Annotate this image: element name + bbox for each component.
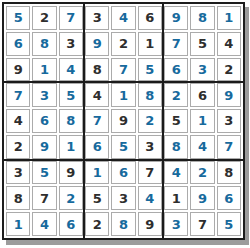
cell-r6c7[interactable]: 8 bbox=[164, 135, 188, 159]
cell-r8c5[interactable]: 3 bbox=[111, 186, 135, 210]
cell-r4c8[interactable]: 6 bbox=[190, 83, 214, 107]
cell-r9c5[interactable]: 8 bbox=[111, 212, 135, 236]
cell-r3c9[interactable]: 2 bbox=[217, 58, 241, 82]
cell-r8c2[interactable]: 7 bbox=[32, 186, 56, 210]
cell-r7c7[interactable]: 4 bbox=[164, 161, 188, 185]
cell-r7c9[interactable]: 8 bbox=[217, 161, 241, 185]
cell-r2c2[interactable]: 8 bbox=[32, 32, 56, 56]
cell-r4c7[interactable]: 2 bbox=[164, 83, 188, 107]
cell-r7c8[interactable]: 2 bbox=[190, 161, 214, 185]
cell-r9c3[interactable]: 6 bbox=[59, 212, 83, 236]
cell-r7c4[interactable]: 1 bbox=[85, 161, 109, 185]
cell-r9c1[interactable]: 1 bbox=[6, 212, 30, 236]
cell-r4c2[interactable]: 3 bbox=[32, 83, 56, 107]
cell-r6c9[interactable]: 7 bbox=[217, 135, 241, 159]
cell-r8c3[interactable]: 2 bbox=[59, 186, 83, 210]
cell-r6c4[interactable]: 6 bbox=[85, 135, 109, 159]
cell-r1c9[interactable]: 1 bbox=[217, 6, 241, 30]
cell-r4c6[interactable]: 8 bbox=[138, 83, 162, 107]
cell-r2c5[interactable]: 2 bbox=[111, 32, 135, 56]
cell-r9c7[interactable]: 3 bbox=[164, 212, 188, 236]
cell-r9c6[interactable]: 9 bbox=[138, 212, 162, 236]
cell-r8c1[interactable]: 8 bbox=[6, 186, 30, 210]
sudoku-board: 5273469816839217549148756327354182694687… bbox=[2, 2, 245, 240]
cell-r1c3[interactable]: 7 bbox=[59, 6, 83, 30]
cell-r7c3[interactable]: 9 bbox=[59, 161, 83, 185]
cell-r5c4[interactable]: 7 bbox=[85, 109, 109, 133]
cell-r1c5[interactable]: 4 bbox=[111, 6, 135, 30]
cell-r4c4[interactable]: 4 bbox=[85, 83, 109, 107]
cell-r1c6[interactable]: 6 bbox=[138, 6, 162, 30]
cell-r2c3[interactable]: 3 bbox=[59, 32, 83, 56]
cell-r6c1[interactable]: 2 bbox=[6, 135, 30, 159]
cell-r5c9[interactable]: 3 bbox=[217, 109, 241, 133]
cell-r5c7[interactable]: 5 bbox=[164, 109, 188, 133]
cell-r2c1[interactable]: 6 bbox=[6, 32, 30, 56]
cell-r2c4[interactable]: 9 bbox=[85, 32, 109, 56]
cell-r4c5[interactable]: 1 bbox=[111, 83, 135, 107]
cell-r7c2[interactable]: 5 bbox=[32, 161, 56, 185]
cell-r5c8[interactable]: 1 bbox=[190, 109, 214, 133]
cell-r4c9[interactable]: 9 bbox=[217, 83, 241, 107]
cell-r5c2[interactable]: 6 bbox=[32, 109, 56, 133]
cell-r3c7[interactable]: 6 bbox=[164, 58, 188, 82]
cell-r2c7[interactable]: 7 bbox=[164, 32, 188, 56]
cell-r1c1[interactable]: 5 bbox=[6, 6, 30, 30]
cell-r9c8[interactable]: 7 bbox=[190, 212, 214, 236]
cell-r9c9[interactable]: 5 bbox=[217, 212, 241, 236]
cell-r8c8[interactable]: 9 bbox=[190, 186, 214, 210]
cell-r5c6[interactable]: 2 bbox=[138, 109, 162, 133]
cell-r7c5[interactable]: 6 bbox=[111, 161, 135, 185]
cell-r6c6[interactable]: 3 bbox=[138, 135, 162, 159]
cell-r9c4[interactable]: 2 bbox=[85, 212, 109, 236]
cell-r5c3[interactable]: 8 bbox=[59, 109, 83, 133]
cell-r7c1[interactable]: 3 bbox=[6, 161, 30, 185]
cell-r2c9[interactable]: 4 bbox=[217, 32, 241, 56]
cell-r3c3[interactable]: 4 bbox=[59, 58, 83, 82]
cell-r3c6[interactable]: 5 bbox=[138, 58, 162, 82]
cell-r3c4[interactable]: 8 bbox=[85, 58, 109, 82]
cell-r2c8[interactable]: 5 bbox=[190, 32, 214, 56]
cell-r3c1[interactable]: 9 bbox=[6, 58, 30, 82]
cell-r6c8[interactable]: 4 bbox=[190, 135, 214, 159]
sudoku-grid: 5273469816839217549148756327354182694687… bbox=[4, 4, 243, 238]
cell-r7c6[interactable]: 7 bbox=[138, 161, 162, 185]
cell-r1c7[interactable]: 9 bbox=[164, 6, 188, 30]
cell-r8c7[interactable]: 1 bbox=[164, 186, 188, 210]
cell-r8c6[interactable]: 4 bbox=[138, 186, 162, 210]
cell-r1c4[interactable]: 3 bbox=[85, 6, 109, 30]
cell-r6c5[interactable]: 5 bbox=[111, 135, 135, 159]
cell-r3c8[interactable]: 3 bbox=[190, 58, 214, 82]
cell-r6c2[interactable]: 9 bbox=[32, 135, 56, 159]
cell-r9c2[interactable]: 4 bbox=[32, 212, 56, 236]
cell-r5c1[interactable]: 4 bbox=[6, 109, 30, 133]
cell-r5c5[interactable]: 9 bbox=[111, 109, 135, 133]
cell-r1c2[interactable]: 2 bbox=[32, 6, 56, 30]
cell-r3c2[interactable]: 1 bbox=[32, 58, 56, 82]
cell-r6c3[interactable]: 1 bbox=[59, 135, 83, 159]
cell-r3c5[interactable]: 7 bbox=[111, 58, 135, 82]
cell-r4c1[interactable]: 7 bbox=[6, 83, 30, 107]
cell-r4c3[interactable]: 5 bbox=[59, 83, 83, 107]
cell-r1c8[interactable]: 8 bbox=[190, 6, 214, 30]
cell-r8c4[interactable]: 5 bbox=[85, 186, 109, 210]
cell-r8c9[interactable]: 6 bbox=[217, 186, 241, 210]
cell-r2c6[interactable]: 1 bbox=[138, 32, 162, 56]
